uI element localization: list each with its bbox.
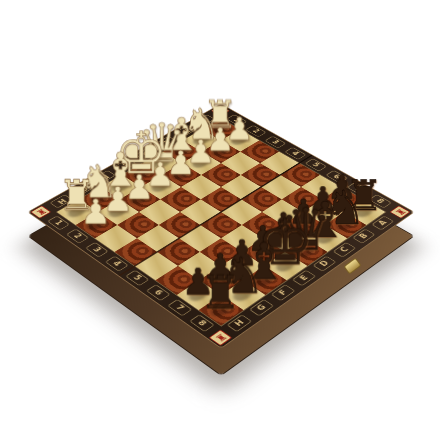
rank-label-left-5: 5 bbox=[305, 158, 328, 171]
corner-rook-crest-0: ♜ bbox=[390, 205, 411, 218]
corner-rook-crest-3: ♜ bbox=[31, 205, 52, 218]
chess-board: AA88BB77CC66DD55EE44FF33GG22HH11♜♜♜♜♜♟♞♟… bbox=[29, 104, 414, 347]
piece-white-pawn-h2: ♟ bbox=[81, 195, 112, 229]
chess-set-photo: AA88BB77CC66DD55EE44FF33GG22HH11♜♜♜♜♜♟♞♟… bbox=[0, 0, 440, 440]
piece-black-rook-h8: ♜ bbox=[200, 270, 241, 316]
